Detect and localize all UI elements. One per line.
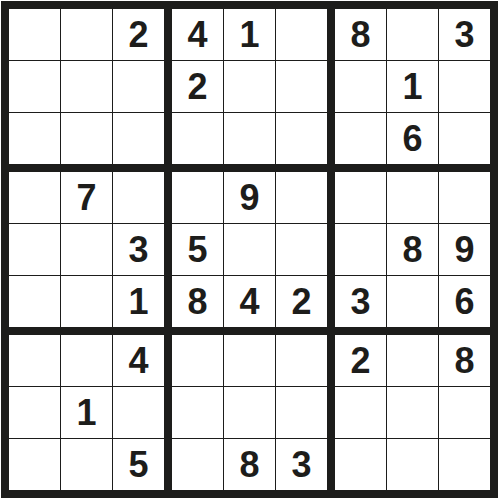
cell-r5c7[interactable]	[335, 224, 386, 275]
cell-r8c4[interactable]	[172, 387, 223, 438]
cell-r5c3: 3	[113, 224, 164, 275]
cell-r5c4: 5	[172, 224, 223, 275]
cell-r8c5[interactable]	[224, 387, 275, 438]
cell-r2c6[interactable]	[276, 61, 327, 112]
cell-r8c2: 1	[61, 387, 112, 438]
cell-r6c8[interactable]	[387, 276, 438, 327]
cell-r2c2[interactable]	[61, 61, 112, 112]
cell-r3c6[interactable]	[276, 113, 327, 164]
cell-r9c8[interactable]	[387, 439, 438, 490]
box-r3c3: 28	[335, 335, 490, 490]
cell-r2c3[interactable]	[113, 61, 164, 112]
cell-r5c8: 8	[387, 224, 438, 275]
cell-r1c1[interactable]	[9, 9, 60, 60]
cell-r8c8[interactable]	[387, 387, 438, 438]
cell-r4c4[interactable]	[172, 172, 223, 223]
box-r2c2: 95842	[172, 172, 327, 327]
box-r2c1: 731	[9, 172, 164, 327]
box-r1c2: 412	[172, 9, 327, 164]
cell-r3c4[interactable]	[172, 113, 223, 164]
cell-r4c5: 9	[224, 172, 275, 223]
cell-r7c1[interactable]	[9, 335, 60, 386]
cell-r1c5: 1	[224, 9, 275, 60]
cell-r8c7[interactable]	[335, 387, 386, 438]
cell-r4c7[interactable]	[335, 172, 386, 223]
cell-r3c2[interactable]	[61, 113, 112, 164]
cell-r6c6: 2	[276, 276, 327, 327]
cell-r9c9[interactable]	[439, 439, 490, 490]
cell-r2c7[interactable]	[335, 61, 386, 112]
cell-r2c1[interactable]	[9, 61, 60, 112]
cell-r4c1[interactable]	[9, 172, 60, 223]
cell-r9c6: 3	[276, 439, 327, 490]
cell-r8c1[interactable]	[9, 387, 60, 438]
cell-r6c4: 8	[172, 276, 223, 327]
box-r3c2: 83	[172, 335, 327, 490]
cell-r5c5[interactable]	[224, 224, 275, 275]
cell-r9c7[interactable]	[335, 439, 386, 490]
cell-r6c2[interactable]	[61, 276, 112, 327]
cell-r3c8: 6	[387, 113, 438, 164]
cell-r7c2[interactable]	[61, 335, 112, 386]
cell-r2c4: 2	[172, 61, 223, 112]
cell-r3c3[interactable]	[113, 113, 164, 164]
cell-r8c3[interactable]	[113, 387, 164, 438]
cell-r9c4[interactable]	[172, 439, 223, 490]
cell-r7c8[interactable]	[387, 335, 438, 386]
cell-r6c5: 4	[224, 276, 275, 327]
cell-r4c8[interactable]	[387, 172, 438, 223]
cell-r8c9[interactable]	[439, 387, 490, 438]
cell-r1c9: 3	[439, 9, 490, 60]
cell-r9c1[interactable]	[9, 439, 60, 490]
cell-r1c8[interactable]	[387, 9, 438, 60]
cell-r6c9: 6	[439, 276, 490, 327]
cell-r5c6[interactable]	[276, 224, 327, 275]
cell-r4c9[interactable]	[439, 172, 490, 223]
cell-r8c6[interactable]	[276, 387, 327, 438]
box-r1c3: 8316	[335, 9, 490, 164]
cell-r7c3: 4	[113, 335, 164, 386]
cell-r3c5[interactable]	[224, 113, 275, 164]
cell-r7c7: 2	[335, 335, 386, 386]
cell-r2c5[interactable]	[224, 61, 275, 112]
cell-r2c9[interactable]	[439, 61, 490, 112]
cell-r1c2[interactable]	[61, 9, 112, 60]
cell-r7c9: 8	[439, 335, 490, 386]
sudoku-board: 241283167319584289364158328	[1, 1, 498, 498]
cell-r3c1[interactable]	[9, 113, 60, 164]
cell-r9c5: 8	[224, 439, 275, 490]
cell-r4c2: 7	[61, 172, 112, 223]
cell-r7c5[interactable]	[224, 335, 275, 386]
cell-r6c7: 3	[335, 276, 386, 327]
cell-r4c6[interactable]	[276, 172, 327, 223]
box-r2c3: 8936	[335, 172, 490, 327]
cell-r1c3: 2	[113, 9, 164, 60]
box-r3c1: 415	[9, 335, 164, 490]
sudoku-page: 241283167319584289364158328	[0, 0, 499, 499]
cell-r2c8: 1	[387, 61, 438, 112]
cell-r6c1[interactable]	[9, 276, 60, 327]
cell-r5c1[interactable]	[9, 224, 60, 275]
cell-r1c7: 8	[335, 9, 386, 60]
cell-r3c7[interactable]	[335, 113, 386, 164]
cell-r5c2[interactable]	[61, 224, 112, 275]
cell-r4c3[interactable]	[113, 172, 164, 223]
cell-r1c4: 4	[172, 9, 223, 60]
cell-r5c9: 9	[439, 224, 490, 275]
cell-r3c9[interactable]	[439, 113, 490, 164]
cell-r7c4[interactable]	[172, 335, 223, 386]
cell-r9c2[interactable]	[61, 439, 112, 490]
cell-r6c3: 1	[113, 276, 164, 327]
cell-r9c3: 5	[113, 439, 164, 490]
box-r1c1: 2	[9, 9, 164, 164]
cell-r1c6[interactable]	[276, 9, 327, 60]
cell-r7c6[interactable]	[276, 335, 327, 386]
